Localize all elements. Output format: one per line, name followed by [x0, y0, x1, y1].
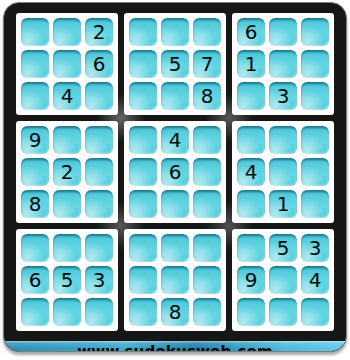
cell-r1c3[interactable]: 2	[85, 18, 113, 46]
cell-r2c6[interactable]: 7	[193, 50, 221, 78]
cell-r4c5[interactable]: 4	[161, 126, 189, 154]
cell-r2c7[interactable]: 1	[237, 50, 265, 78]
cell-r6c7[interactable]	[237, 190, 265, 218]
cell-r7c7[interactable]	[237, 234, 265, 262]
board-frame: 264578613928464165385394 www.sudokusweb.…	[3, 2, 347, 352]
cell-r7c5[interactable]	[161, 234, 189, 262]
cell-r5c5[interactable]: 6	[161, 158, 189, 186]
cell-r9c8[interactable]	[269, 298, 297, 326]
cell-r6c6[interactable]	[193, 190, 221, 218]
block-5: 46	[124, 121, 226, 223]
cell-r1c4[interactable]	[129, 18, 157, 46]
cell-r7c4[interactable]	[129, 234, 157, 262]
cell-r9c1[interactable]	[21, 298, 49, 326]
cell-r5c4[interactable]	[129, 158, 157, 186]
cell-r5c8[interactable]	[269, 158, 297, 186]
cell-r6c5[interactable]	[161, 190, 189, 218]
cell-r2c4[interactable]	[129, 50, 157, 78]
cell-r4c6[interactable]	[193, 126, 221, 154]
cell-r5c2[interactable]: 2	[53, 158, 81, 186]
cell-r2c8[interactable]	[269, 50, 297, 78]
cell-r1c6[interactable]	[193, 18, 221, 46]
cell-r3c9[interactable]	[301, 82, 329, 110]
cell-r2c5[interactable]: 5	[161, 50, 189, 78]
cell-r3c4[interactable]	[129, 82, 157, 110]
cell-r9c6[interactable]	[193, 298, 221, 326]
cell-r3c8[interactable]: 3	[269, 82, 297, 110]
cell-r9c7[interactable]	[237, 298, 265, 326]
cell-r8c6[interactable]	[193, 266, 221, 294]
cell-r7c8[interactable]: 5	[269, 234, 297, 262]
cell-r8c4[interactable]	[129, 266, 157, 294]
cell-r4c8[interactable]	[269, 126, 297, 154]
cell-r5c7[interactable]: 4	[237, 158, 265, 186]
cell-r9c4[interactable]	[129, 298, 157, 326]
cell-r3c1[interactable]	[21, 82, 49, 110]
footer-bar: www.sudokusweb.com	[4, 341, 346, 352]
cell-r5c1[interactable]	[21, 158, 49, 186]
cell-r6c4[interactable]	[129, 190, 157, 218]
website-link[interactable]: www.sudokusweb.com	[77, 343, 272, 352]
cell-r2c9[interactable]	[301, 50, 329, 78]
sudoku-page: 264578613928464165385394 www.sudokusweb.…	[0, 0, 350, 360]
cell-r4c2[interactable]	[53, 126, 81, 154]
block-1: 264	[16, 13, 118, 115]
cell-r1c8[interactable]	[269, 18, 297, 46]
cell-r7c1[interactable]	[21, 234, 49, 262]
block-2: 578	[124, 13, 226, 115]
cell-r9c5[interactable]: 8	[161, 298, 189, 326]
block-6: 41	[232, 121, 334, 223]
cell-r4c9[interactable]	[301, 126, 329, 154]
cell-r8c1[interactable]: 6	[21, 266, 49, 294]
cell-r1c5[interactable]	[161, 18, 189, 46]
cell-r4c4[interactable]	[129, 126, 157, 154]
cell-r7c3[interactable]	[85, 234, 113, 262]
cell-r8c2[interactable]: 5	[53, 266, 81, 294]
cell-r5c3[interactable]	[85, 158, 113, 186]
cell-r1c9[interactable]	[301, 18, 329, 46]
cell-r3c2[interactable]: 4	[53, 82, 81, 110]
cell-r6c9[interactable]	[301, 190, 329, 218]
block-7: 653	[16, 229, 118, 331]
cell-r2c2[interactable]	[53, 50, 81, 78]
cell-r3c6[interactable]: 8	[193, 82, 221, 110]
block-9: 5394	[232, 229, 334, 331]
cell-r9c3[interactable]	[85, 298, 113, 326]
cell-r8c3[interactable]: 3	[85, 266, 113, 294]
cell-r6c2[interactable]	[53, 190, 81, 218]
cell-r4c3[interactable]	[85, 126, 113, 154]
cell-r4c7[interactable]	[237, 126, 265, 154]
cell-r8c5[interactable]	[161, 266, 189, 294]
sudoku-board: 264578613928464165385394	[16, 13, 334, 331]
cell-r1c2[interactable]	[53, 18, 81, 46]
cell-r3c3[interactable]	[85, 82, 113, 110]
block-8: 8	[124, 229, 226, 331]
cell-r3c7[interactable]	[237, 82, 265, 110]
cell-r8c7[interactable]: 9	[237, 266, 265, 294]
cell-r7c2[interactable]	[53, 234, 81, 262]
cell-r6c1[interactable]: 8	[21, 190, 49, 218]
cell-r7c6[interactable]	[193, 234, 221, 262]
cell-r8c8[interactable]	[269, 266, 297, 294]
cell-r4c1[interactable]: 9	[21, 126, 49, 154]
cell-r2c1[interactable]	[21, 50, 49, 78]
cell-r9c9[interactable]	[301, 298, 329, 326]
cell-r9c2[interactable]	[53, 298, 81, 326]
cell-r8c9[interactable]: 4	[301, 266, 329, 294]
cell-r5c6[interactable]	[193, 158, 221, 186]
cell-r3c5[interactable]	[161, 82, 189, 110]
cell-r6c8[interactable]: 1	[269, 190, 297, 218]
cell-r2c3[interactable]: 6	[85, 50, 113, 78]
cell-r6c3[interactable]	[85, 190, 113, 218]
cell-r1c1[interactable]	[21, 18, 49, 46]
block-4: 928	[16, 121, 118, 223]
cell-r5c9[interactable]	[301, 158, 329, 186]
block-3: 613	[232, 13, 334, 115]
cell-r1c7[interactable]: 6	[237, 18, 265, 46]
cell-r7c9[interactable]: 3	[301, 234, 329, 262]
